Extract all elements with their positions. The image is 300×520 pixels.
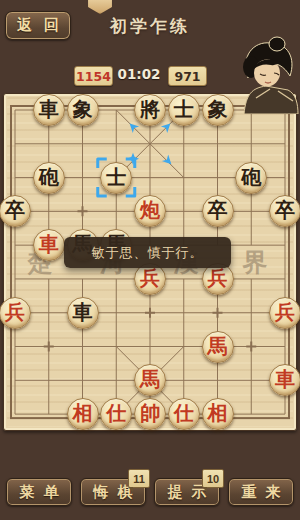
piece-red-相[interactable]: 相: [67, 398, 99, 430]
piece-glyph: 相: [73, 403, 93, 423]
piece-black-象[interactable]: 象: [67, 94, 99, 126]
piece-black-車[interactable]: 車: [67, 297, 99, 329]
piece-black-象[interactable]: 象: [202, 94, 234, 126]
piece-glyph: 砲: [39, 167, 59, 187]
proverb-tooltip: 敏于思、慎于行。: [64, 237, 231, 268]
piece-glyph: 卒: [5, 200, 25, 220]
piece-glyph: 車: [73, 302, 93, 322]
black-score-badge: 971: [168, 66, 207, 86]
piece-red-相[interactable]: 相: [202, 398, 234, 430]
piece-glyph: 士: [106, 167, 126, 187]
piece-glyph: 車: [39, 234, 59, 254]
piece-glyph: 炮: [140, 200, 160, 220]
red-score-badge: 1154: [74, 66, 113, 86]
piece-black-砲[interactable]: 砲: [235, 162, 267, 194]
piece-glyph: 象: [73, 99, 93, 119]
piece-black-士[interactable]: 士: [100, 162, 132, 194]
piece-glyph: 砲: [241, 167, 261, 187]
piece-glyph: 車: [275, 369, 295, 389]
piece-glyph: 仕: [106, 403, 126, 423]
piece-black-士[interactable]: 士: [168, 94, 200, 126]
piece-glyph: 卒: [275, 200, 295, 220]
top-ribbon-notch[interactable]: [88, 0, 112, 14]
page-title: 初学乍练: [0, 15, 300, 38]
piece-black-砲[interactable]: 砲: [33, 162, 65, 194]
hint-button[interactable]: 提示 10: [154, 478, 220, 506]
piece-black-卒[interactable]: 卒: [202, 195, 234, 227]
piece-glyph: 兵: [208, 268, 228, 288]
piece-red-帥[interactable]: 帥: [134, 398, 166, 430]
piece-glyph: 帥: [140, 403, 160, 423]
piece-black-車[interactable]: 車: [33, 94, 65, 126]
piece-glyph: 車: [39, 99, 59, 119]
app-screen: 返回 初学乍练 1154 01:02 971 楚河漢界 車象將士象砲士砲卒炮卒卒…: [0, 0, 300, 520]
piece-glyph: 象: [208, 99, 228, 119]
piece-glyph: 仕: [174, 403, 194, 423]
piece-glyph: 馬: [140, 369, 160, 389]
piece-glyph: 馬: [208, 336, 228, 356]
game-timer: 01:02: [113, 66, 165, 82]
piece-glyph: 將: [140, 99, 160, 119]
piece-glyph: 士: [174, 99, 194, 119]
piece-black-將[interactable]: 將: [134, 94, 166, 126]
piece-black-卒[interactable]: 卒: [269, 195, 300, 227]
piece-red-車[interactable]: 車: [33, 229, 65, 261]
menu-button[interactable]: 菜单: [6, 478, 72, 506]
piece-glyph: 兵: [140, 268, 160, 288]
river-character: 界: [243, 246, 268, 279]
undo-count-badge: 11: [128, 469, 150, 488]
piece-glyph: 兵: [275, 302, 295, 322]
piece-red-車[interactable]: 車: [269, 364, 300, 396]
restart-button[interactable]: 重来: [228, 478, 294, 506]
piece-red-仕[interactable]: 仕: [168, 398, 200, 430]
undo-button[interactable]: 悔棋 11: [80, 478, 146, 506]
hint-count-badge: 10: [202, 469, 224, 488]
piece-red-兵[interactable]: 兵: [0, 297, 31, 329]
piece-red-兵[interactable]: 兵: [269, 297, 300, 329]
piece-glyph: 相: [208, 403, 228, 423]
piece-glyph: 兵: [5, 302, 25, 322]
opponent-portrait-illustration: [236, 36, 300, 114]
piece-glyph: 卒: [208, 200, 228, 220]
piece-red-馬[interactable]: 馬: [202, 331, 234, 363]
